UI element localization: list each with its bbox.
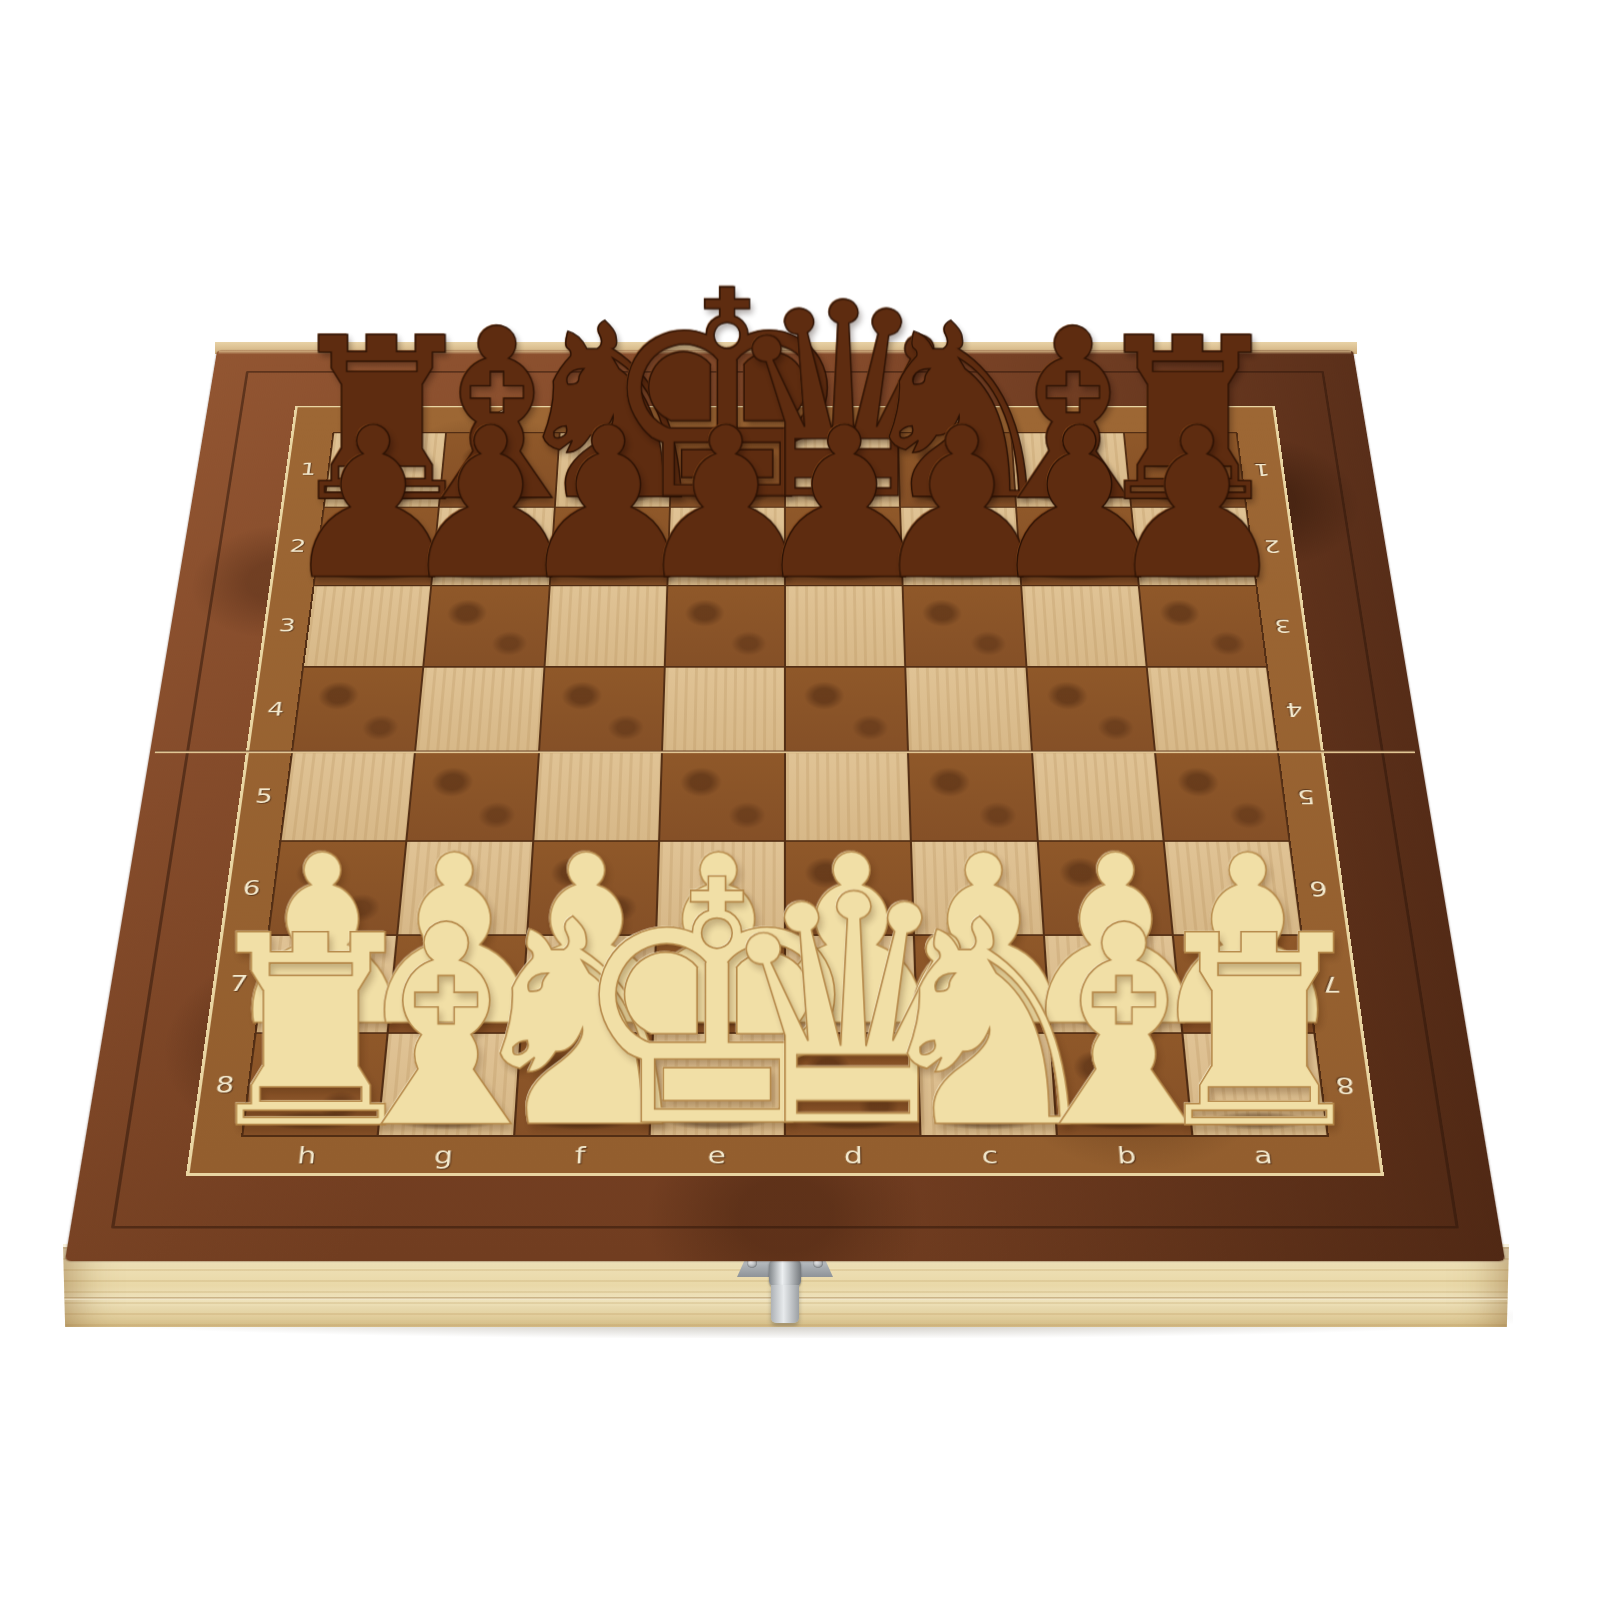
file-label-e: e — [648, 1137, 785, 1173]
file-label-c: c — [921, 1137, 1059, 1173]
file-label-top-h: h — [333, 407, 449, 432]
file-label-top-d: d — [785, 407, 898, 432]
file-label-top-g: g — [446, 407, 561, 432]
square-e3[interactable] — [666, 586, 785, 666]
file-label-f: f — [511, 1137, 649, 1173]
square-a3[interactable] — [1140, 586, 1266, 666]
file-labels-bottom: hgfedcba — [236, 1137, 1333, 1173]
file-label-top-a: a — [1122, 407, 1238, 432]
file-label-top-b: b — [1010, 407, 1125, 432]
square-h3[interactable] — [304, 586, 430, 666]
playing-area: hgfedcba hgfedcba 12345678 12345678 ♜♝♞♚… — [186, 406, 1384, 1176]
file-label-b: b — [1057, 1137, 1197, 1173]
square-d3[interactable] — [786, 586, 905, 666]
square-g3[interactable] — [425, 586, 549, 666]
clasp-tab — [771, 1285, 799, 1323]
board-grid: ♜♝♞♚♛♞♝♜♟♟♟♟♟♟♟♟♟♟♟♟♟♟♟♟♜♝♞♚♛♞♝♜ — [241, 432, 1329, 1137]
square-a8[interactable]: ♜ — [1183, 1034, 1326, 1135]
product-photo-stage: hgfedcba hgfedcba 12345678 12345678 ♜♝♞♚… — [0, 0, 1600, 1600]
file-label-g: g — [373, 1137, 513, 1173]
file-label-top-c: c — [897, 407, 1011, 432]
piece-light-rook-a8[interactable]: ♜ — [1141, 901, 1378, 1165]
file-label-d: d — [785, 1137, 922, 1173]
square-f3[interactable] — [545, 586, 666, 666]
square-a2[interactable]: ♟ — [1132, 508, 1255, 585]
square-b3[interactable] — [1022, 586, 1146, 666]
file-label-top-f: f — [559, 407, 673, 432]
file-label-a: a — [1193, 1137, 1334, 1173]
clasp-barrel — [769, 1259, 801, 1287]
chess-board: hgfedcba hgfedcba 12345678 12345678 ♜♝♞♚… — [65, 350, 1505, 1261]
file-label-h: h — [236, 1137, 377, 1173]
square-c3[interactable] — [904, 586, 1025, 666]
file-label-top-e: e — [672, 407, 785, 432]
file-labels-top: hgfedcba — [333, 407, 1238, 432]
